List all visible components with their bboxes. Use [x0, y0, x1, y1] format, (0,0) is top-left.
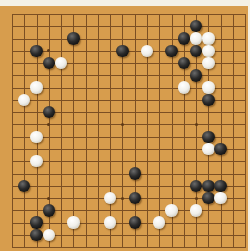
- white-stone: [30, 155, 42, 167]
- black-stone: [178, 57, 190, 69]
- grid-vertical-line: [233, 14, 234, 248]
- white-stone: [153, 216, 165, 228]
- grid-vertical-line: [86, 14, 87, 248]
- grid-vertical-line: [12, 14, 13, 248]
- white-stone: [30, 81, 42, 93]
- white-stone: [202, 57, 214, 69]
- hoshi-point: [47, 123, 50, 126]
- black-stone: [165, 45, 177, 57]
- white-stone: [202, 45, 214, 57]
- black-stone: [129, 192, 141, 204]
- grid-vertical-line: [73, 14, 74, 248]
- grid-vertical-line: [184, 14, 185, 248]
- white-stone: [202, 32, 214, 44]
- hoshi-point: [47, 197, 50, 200]
- hoshi-point: [47, 49, 50, 52]
- white-stone: [30, 131, 42, 143]
- black-stone: [178, 32, 190, 44]
- white-stone: [104, 192, 116, 204]
- hoshi-point: [121, 123, 124, 126]
- black-stone: [18, 180, 30, 192]
- white-stone: [165, 204, 177, 216]
- white-stone: [202, 143, 214, 155]
- grid-horizontal-line: [12, 26, 246, 27]
- black-stone: [129, 167, 141, 179]
- hoshi-point: [121, 197, 124, 200]
- black-stone: [30, 45, 42, 57]
- grid-vertical-line: [110, 14, 111, 248]
- grid-vertical-line: [159, 14, 160, 248]
- black-stone: [214, 180, 226, 192]
- black-stone: [202, 192, 214, 204]
- black-stone: [190, 20, 202, 32]
- white-stone: [178, 81, 190, 93]
- black-stone: [116, 45, 128, 57]
- white-stone: [214, 192, 226, 204]
- black-stone: [67, 32, 79, 44]
- hoshi-point: [195, 123, 198, 126]
- black-stone: [190, 45, 202, 57]
- black-stone: [43, 57, 55, 69]
- white-stone: [202, 81, 214, 93]
- black-stone: [129, 216, 141, 228]
- black-stone: [202, 180, 214, 192]
- white-stone: [43, 229, 55, 241]
- grid-vertical-line: [98, 14, 99, 248]
- white-stone: [104, 216, 116, 228]
- white-stone: [67, 216, 79, 228]
- black-stone: [202, 94, 214, 106]
- grid-horizontal-line: [12, 75, 246, 76]
- grid-horizontal-line: [12, 247, 246, 248]
- grid-vertical-line: [135, 14, 136, 248]
- black-stone: [30, 229, 42, 241]
- go-board[interactable]: [0, 6, 248, 251]
- black-stone: [190, 180, 202, 192]
- white-stone: [141, 45, 153, 57]
- grid-vertical-line: [61, 14, 62, 248]
- hoshi-point: [195, 197, 198, 200]
- black-stone: [30, 216, 42, 228]
- grid-vertical-line: [245, 14, 246, 248]
- black-stone: [202, 131, 214, 143]
- white-stone: [55, 57, 67, 69]
- black-stone: [190, 69, 202, 81]
- grid-vertical-line: [24, 14, 25, 248]
- grid-vertical-line: [221, 14, 222, 248]
- black-stone: [214, 143, 226, 155]
- black-stone: [43, 106, 55, 118]
- white-stone: [18, 94, 30, 106]
- black-stone: [43, 204, 55, 216]
- grid-horizontal-line: [12, 14, 246, 15]
- white-stone: [190, 204, 202, 216]
- grid-horizontal-line: [12, 161, 246, 162]
- white-stone: [190, 32, 202, 44]
